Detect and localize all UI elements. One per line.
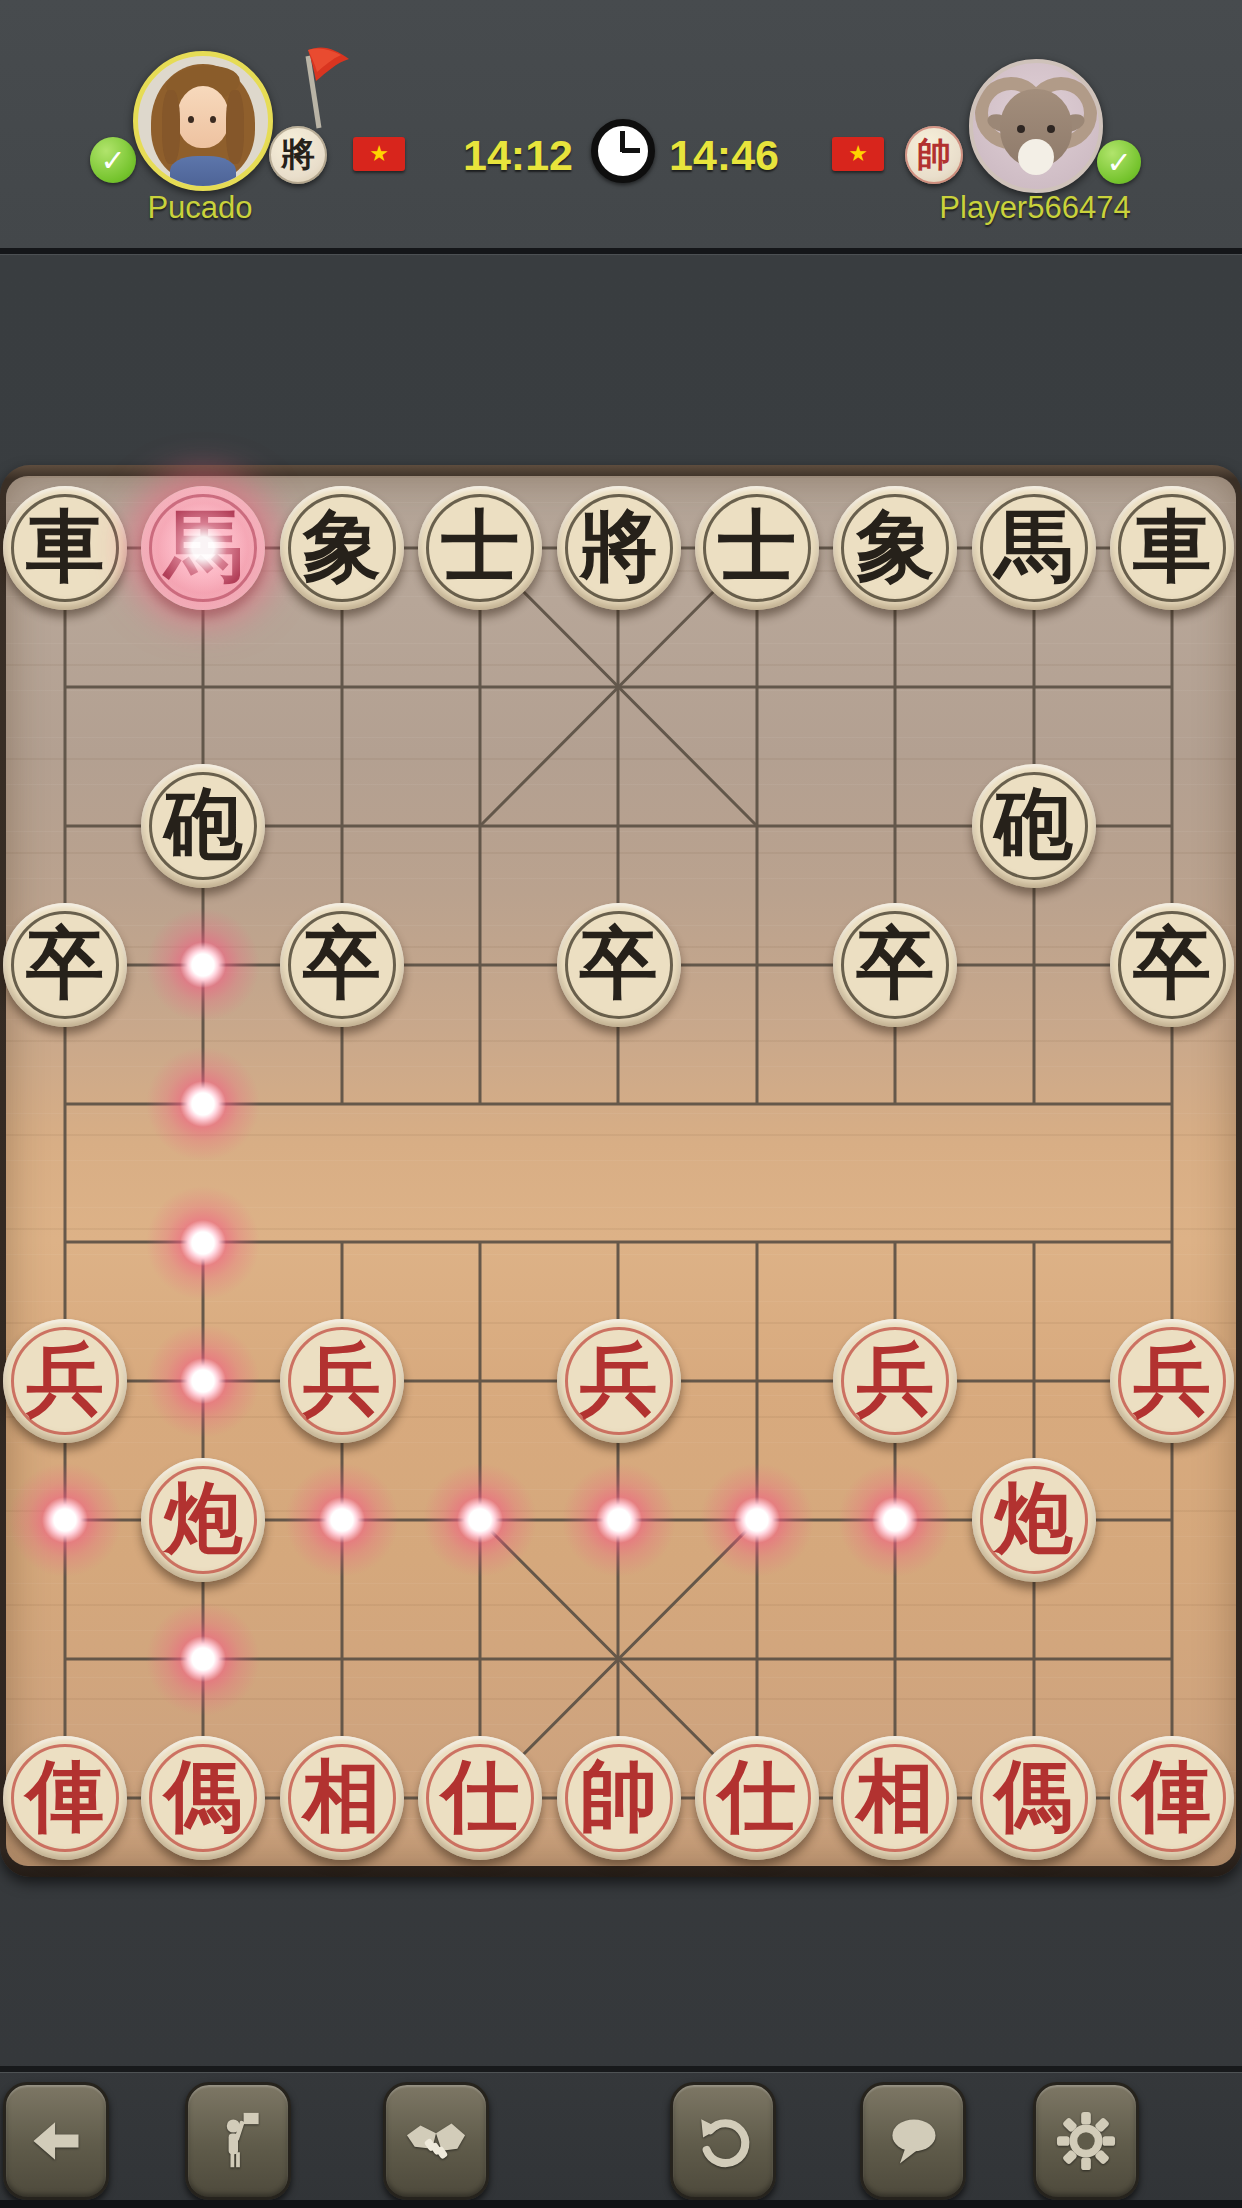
- piece-glyph: 車: [26, 507, 104, 585]
- piece-glyph: 仕: [718, 1757, 796, 1835]
- move-hint-dot-b4[interactable]: [145, 1323, 261, 1439]
- ram-eye: [1047, 125, 1055, 133]
- piece-red-soldier-c4[interactable]: 兵: [280, 1319, 404, 1443]
- piece-glyph: 象: [856, 507, 934, 585]
- piece-red-soldier-g4[interactable]: 兵: [833, 1319, 957, 1443]
- chat-button[interactable]: [860, 2082, 966, 2200]
- move-hint-dot-d3[interactable]: [422, 1462, 538, 1578]
- right-player-side-badge: 帥: [905, 126, 963, 184]
- piece-red-cannon-h3[interactable]: 炮: [972, 1458, 1096, 1582]
- avatar-face: [177, 86, 229, 148]
- avatar-eye: [210, 116, 216, 123]
- piece-glyph: 士: [718, 507, 796, 585]
- piece-red-cannon-b3[interactable]: 炮: [141, 1458, 265, 1582]
- piece-black-cannon-h8[interactable]: 砲: [972, 764, 1096, 888]
- left-player-avatar[interactable]: [133, 51, 273, 191]
- piece-red-horse-h1[interactable]: 傌: [972, 1736, 1096, 1860]
- piece-glyph: 卒: [1133, 924, 1211, 1002]
- badge-glyph: 帥: [917, 132, 951, 178]
- pieces-layer: 車馬象士將士象馬車砲砲卒卒卒卒卒兵兵兵兵兵炮炮俥傌相仕帥仕相傌俥: [0, 465, 1242, 1877]
- move-hint-dot-b5[interactable]: [145, 1185, 261, 1301]
- move-hint-dot-g3[interactable]: [837, 1462, 953, 1578]
- undo-icon: [694, 2112, 752, 2170]
- undo-button[interactable]: [670, 2082, 776, 2200]
- piece-glyph: 卒: [856, 924, 934, 1002]
- move-hint-dot-c3[interactable]: [284, 1462, 400, 1578]
- piece-red-advisor-f1[interactable]: 仕: [695, 1736, 819, 1860]
- piece-glyph: 兵: [26, 1340, 104, 1418]
- chat-bubble-icon: [883, 2111, 943, 2171]
- capture-target-glow: [141, 486, 265, 610]
- piece-glyph: 兵: [856, 1340, 934, 1418]
- resign-button[interactable]: [185, 2082, 291, 2200]
- piece-red-soldier-a4[interactable]: 兵: [3, 1319, 127, 1443]
- board-frame: 車馬象士將士象馬車砲砲卒卒卒卒卒兵兵兵兵兵炮炮俥傌相仕帥仕相傌俥: [0, 465, 1242, 1877]
- piece-glyph: 相: [856, 1757, 934, 1835]
- piece-glyph: 仕: [441, 1757, 519, 1835]
- move-hint-dot-b2[interactable]: [145, 1601, 261, 1717]
- right-player-country-flag-icon: [832, 137, 884, 171]
- piece-red-chariot-i1[interactable]: 俥: [1110, 1736, 1234, 1860]
- right-player-avatar[interactable]: [969, 59, 1103, 193]
- piece-glyph: 車: [1133, 507, 1211, 585]
- ram-muzzle: [1018, 139, 1054, 175]
- ready-check-left-icon: [90, 137, 136, 183]
- piece-glyph: 卒: [580, 924, 658, 1002]
- clock-icon: [591, 119, 655, 183]
- back-button[interactable]: [3, 2082, 109, 2200]
- left-player-country-flag-icon: [353, 137, 405, 171]
- move-hint-dot-b7[interactable]: [145, 907, 261, 1023]
- piece-red-elephant-g1[interactable]: 相: [833, 1736, 957, 1860]
- header: 將 Pucado 14:12 14:46 帥 Player566474: [0, 0, 1242, 250]
- piece-red-elephant-c1[interactable]: 相: [280, 1736, 404, 1860]
- piece-glyph: 馬: [995, 507, 1073, 585]
- piece-glyph: 兵: [1133, 1340, 1211, 1418]
- avatar-eye: [188, 116, 194, 123]
- avatar-hair-strand: [162, 90, 180, 164]
- piece-glyph: 將: [580, 507, 658, 585]
- ram-eye: [1017, 125, 1025, 133]
- piece-black-chariot-a10[interactable]: 車: [3, 486, 127, 610]
- piece-red-soldier-e4[interactable]: 兵: [557, 1319, 681, 1443]
- piece-black-soldier-g7[interactable]: 卒: [833, 903, 957, 1027]
- badge-glyph: 將: [281, 132, 315, 178]
- piece-glyph: 象: [303, 507, 381, 585]
- move-hint-dot-b6[interactable]: [145, 1046, 261, 1162]
- piece-red-general-e1[interactable]: 帥: [557, 1736, 681, 1860]
- piece-red-advisor-d1[interactable]: 仕: [418, 1736, 542, 1860]
- handshake-icon: [405, 2110, 467, 2172]
- piece-black-horse-b10[interactable]: 馬: [141, 486, 265, 610]
- bottom-edge: [0, 2200, 1242, 2208]
- piece-black-elephant-c10[interactable]: 象: [280, 486, 404, 610]
- piece-glyph: 俥: [1133, 1757, 1211, 1835]
- gear-icon: [1055, 2110, 1117, 2172]
- piece-glyph: 帥: [580, 1757, 658, 1835]
- toolbar-divider: [0, 2066, 1242, 2073]
- piece-glyph: 相: [303, 1757, 381, 1835]
- piece-glyph: 砲: [995, 785, 1073, 863]
- settings-button[interactable]: [1033, 2082, 1139, 2200]
- right-player-clock: 14:46: [669, 131, 809, 180]
- piece-black-soldier-i7[interactable]: 卒: [1110, 903, 1234, 1027]
- piece-black-soldier-e7[interactable]: 卒: [557, 903, 681, 1027]
- move-hint-dot-e3[interactable]: [561, 1462, 677, 1578]
- piece-black-general-e10[interactable]: 將: [557, 486, 681, 610]
- piece-glyph: 俥: [26, 1757, 104, 1835]
- arrow-left-icon: [26, 2111, 86, 2171]
- piece-black-soldier-c7[interactable]: 卒: [280, 903, 404, 1027]
- right-player-name: Player566474: [905, 190, 1165, 226]
- piece-glyph: 傌: [164, 1757, 242, 1835]
- left-player-name: Pucado: [70, 190, 330, 226]
- move-hint-dot-a3[interactable]: [7, 1462, 123, 1578]
- piece-glyph: 卒: [303, 924, 381, 1002]
- avatar-hair-strand: [226, 90, 244, 164]
- move-hint-dot-f3[interactable]: [699, 1462, 815, 1578]
- piece-glyph: 兵: [303, 1340, 381, 1418]
- left-player-side-badge: 將: [269, 126, 327, 184]
- piece-black-cannon-b8[interactable]: 砲: [141, 764, 265, 888]
- ready-check-right-icon: [1097, 140, 1141, 184]
- piece-black-elephant-g10[interactable]: 象: [833, 486, 957, 610]
- piece-red-chariot-a1[interactable]: 俥: [3, 1736, 127, 1860]
- draw-button[interactable]: [383, 2082, 489, 2200]
- piece-red-soldier-i4[interactable]: 兵: [1110, 1319, 1234, 1443]
- piece-black-soldier-a7[interactable]: 卒: [3, 903, 127, 1027]
- header-divider: [0, 248, 1242, 255]
- toolbar: [0, 2082, 1242, 2202]
- piece-glyph: 傌: [995, 1757, 1073, 1835]
- resign-flag-icon: [208, 2111, 268, 2171]
- piece-glyph: 炮: [995, 1479, 1073, 1557]
- piece-black-chariot-i10[interactable]: 車: [1110, 486, 1234, 610]
- piece-glyph: 士: [441, 507, 519, 585]
- turn-flag-icon: [283, 44, 353, 132]
- piece-glyph: 炮: [164, 1479, 242, 1557]
- left-player-clock: 14:12: [433, 131, 573, 180]
- piece-black-advisor-f10[interactable]: 士: [695, 486, 819, 610]
- piece-glyph: 兵: [580, 1340, 658, 1418]
- piece-black-advisor-d10[interactable]: 士: [418, 486, 542, 610]
- avatar-body: [170, 156, 236, 190]
- piece-glyph: 砲: [164, 785, 242, 863]
- piece-red-horse-b1[interactable]: 傌: [141, 1736, 265, 1860]
- piece-black-horse-h10[interactable]: 馬: [972, 486, 1096, 610]
- piece-glyph: 卒: [26, 924, 104, 1002]
- xiangqi-game-screen: 將 Pucado 14:12 14:46 帥 Player566474: [0, 0, 1242, 2208]
